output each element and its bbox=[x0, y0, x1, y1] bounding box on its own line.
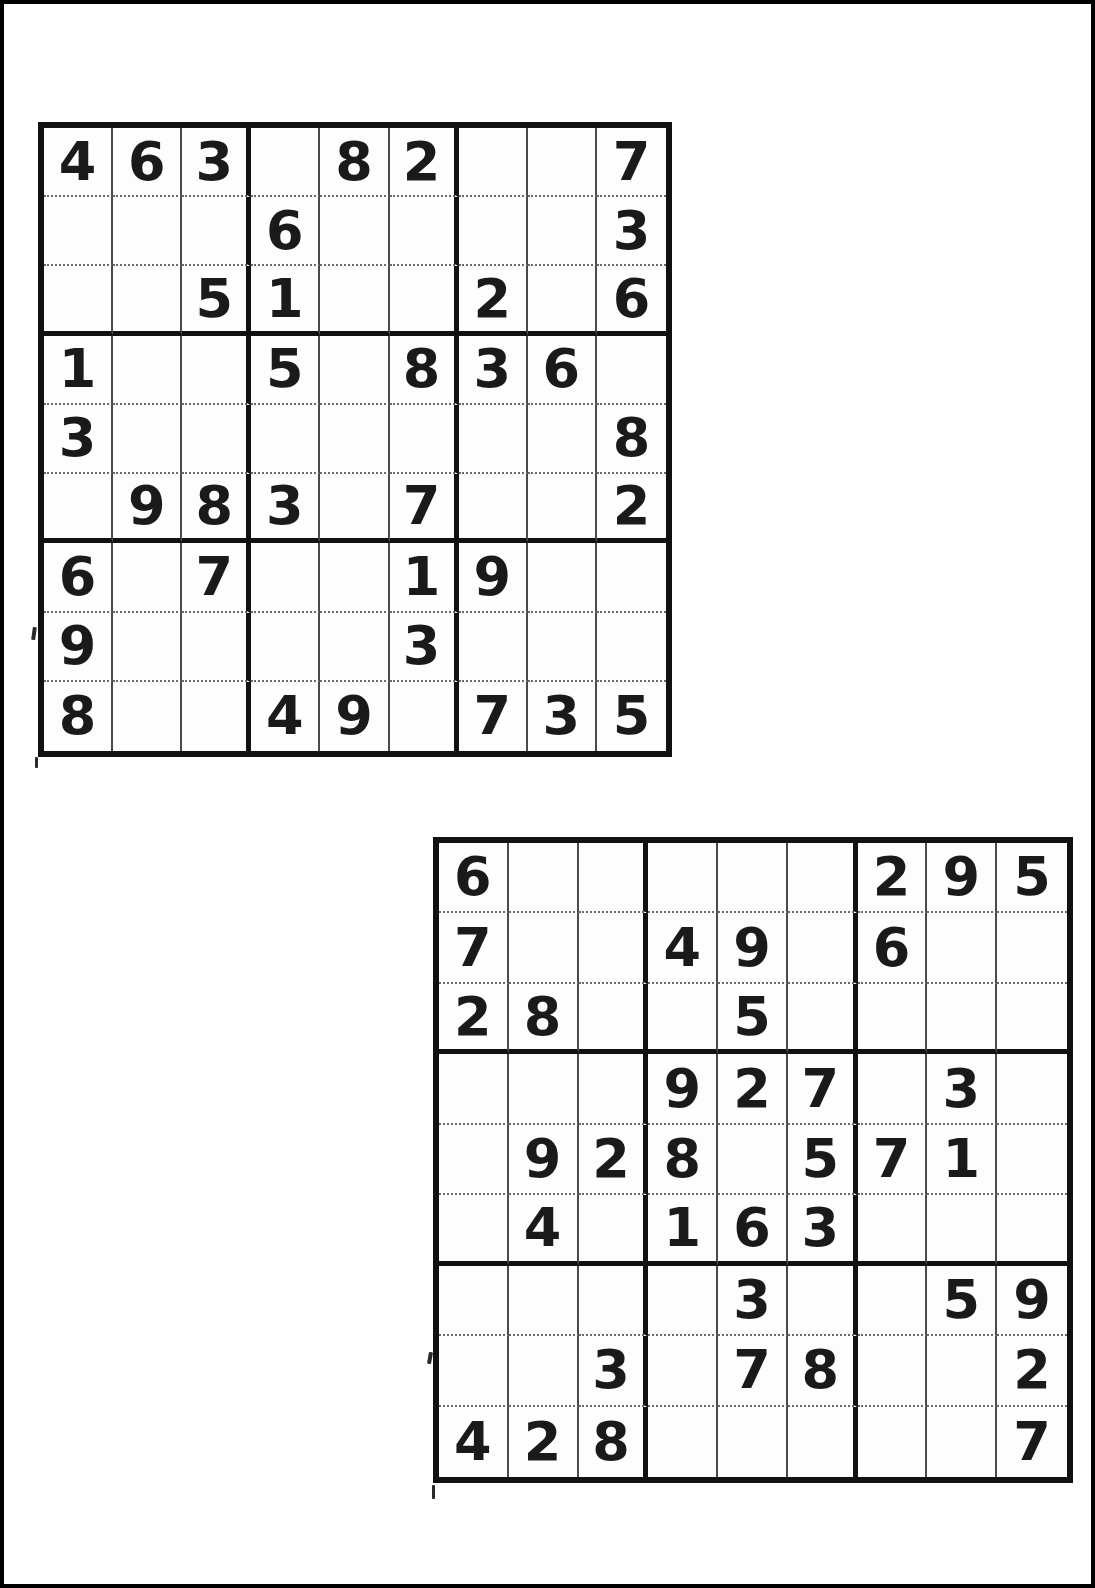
cell-r7c9: 9 bbox=[997, 1266, 1067, 1336]
cell-r1c5[interactable] bbox=[718, 843, 788, 913]
cell-r6c3: 8 bbox=[182, 474, 251, 543]
scan-artifact-mark bbox=[432, 1485, 435, 1499]
cell-r6c2: 4 bbox=[509, 1195, 579, 1265]
cell-r6c5: 6 bbox=[718, 1195, 788, 1265]
cell-r3c1: 2 bbox=[439, 984, 509, 1054]
cell-r7c3[interactable] bbox=[579, 1266, 649, 1336]
cell-r4c9[interactable] bbox=[997, 1054, 1067, 1124]
cell-r2c6[interactable] bbox=[788, 913, 858, 983]
cell-r4c8: 6 bbox=[528, 336, 597, 405]
cell-r8c2[interactable] bbox=[509, 1336, 579, 1406]
cell-r7c8: 5 bbox=[927, 1266, 997, 1336]
scan-artifact-mark bbox=[31, 627, 37, 640]
cell-r1c7[interactable] bbox=[459, 128, 528, 197]
cell-r8c3: 3 bbox=[579, 1336, 649, 1406]
cell-r3c2: 8 bbox=[509, 984, 579, 1054]
cell-r1c8: 9 bbox=[927, 843, 997, 913]
cell-r8c9: 2 bbox=[997, 1336, 1067, 1406]
cell-r9c1: 8 bbox=[44, 682, 113, 751]
cell-r5c4: 8 bbox=[648, 1125, 718, 1195]
cell-r5c6: 5 bbox=[788, 1125, 858, 1195]
cell-r2c2[interactable] bbox=[113, 197, 182, 266]
cell-r9c6[interactable] bbox=[390, 682, 459, 751]
cell-r6c8[interactable] bbox=[927, 1195, 997, 1265]
cell-r5c2: 9 bbox=[509, 1125, 579, 1195]
cell-r9c7: 7 bbox=[459, 682, 528, 751]
cell-r8c1[interactable] bbox=[439, 1336, 509, 1406]
cell-r9c3[interactable] bbox=[182, 682, 251, 751]
cell-r6c4: 3 bbox=[251, 474, 320, 543]
cell-r3c9[interactable] bbox=[997, 984, 1067, 1054]
cell-r5c5[interactable] bbox=[718, 1125, 788, 1195]
cell-r7c4[interactable] bbox=[251, 543, 320, 612]
cell-r7c5: 3 bbox=[718, 1266, 788, 1336]
cell-r9c1: 4 bbox=[439, 1407, 509, 1477]
cell-r3c7[interactable] bbox=[858, 984, 928, 1054]
cell-r5c1: 3 bbox=[44, 405, 113, 474]
cell-r9c9: 7 bbox=[997, 1407, 1067, 1477]
cell-r2c1: 7 bbox=[439, 913, 509, 983]
cell-r8c7[interactable] bbox=[459, 613, 528, 682]
cell-r4c2[interactable] bbox=[113, 336, 182, 405]
cell-r3c6[interactable] bbox=[788, 984, 858, 1054]
cell-r8c5: 7 bbox=[718, 1336, 788, 1406]
cell-r6c1[interactable] bbox=[439, 1195, 509, 1265]
cell-r5c5[interactable] bbox=[320, 405, 389, 474]
cell-r1c6: 2 bbox=[390, 128, 459, 197]
cell-r4c1: 1 bbox=[44, 336, 113, 405]
scan-artifact-mark bbox=[35, 757, 38, 768]
cell-r3c8[interactable] bbox=[528, 266, 597, 335]
cell-r1c4[interactable] bbox=[648, 843, 718, 913]
cell-r9c8: 3 bbox=[528, 682, 597, 751]
cell-r8c7[interactable] bbox=[858, 1336, 928, 1406]
cell-r3c2[interactable] bbox=[113, 266, 182, 335]
cell-r7c1: 6 bbox=[44, 543, 113, 612]
cell-r8c6: 8 bbox=[788, 1336, 858, 1406]
cell-r8c5[interactable] bbox=[320, 613, 389, 682]
sudoku-board-2: 629574962859273928571416335937824287 bbox=[433, 837, 1073, 1483]
cell-r5c9[interactable] bbox=[997, 1125, 1067, 1195]
cell-r9c2: 2 bbox=[509, 1407, 579, 1477]
cell-r4c1[interactable] bbox=[439, 1054, 509, 1124]
cell-r7c5[interactable] bbox=[320, 543, 389, 612]
cell-r8c4[interactable] bbox=[251, 613, 320, 682]
cell-r7c4[interactable] bbox=[648, 1266, 718, 1336]
cell-r7c2[interactable] bbox=[113, 543, 182, 612]
cell-r1c8[interactable] bbox=[528, 128, 597, 197]
cell-r7c7: 9 bbox=[459, 543, 528, 612]
cell-r4c4: 5 bbox=[251, 336, 320, 405]
cell-r6c8[interactable] bbox=[528, 474, 597, 543]
page: 463827635126158363898372671993849735 629… bbox=[0, 0, 1095, 1588]
cell-r6c7[interactable] bbox=[459, 474, 528, 543]
cell-r1c1: 4 bbox=[44, 128, 113, 197]
sudoku-board-1: 463827635126158363898372671993849735 bbox=[38, 122, 672, 757]
cell-r1c5: 8 bbox=[320, 128, 389, 197]
cell-r5c3: 2 bbox=[579, 1125, 649, 1195]
cell-r5c9: 8 bbox=[597, 405, 666, 474]
cell-r1c3[interactable] bbox=[579, 843, 649, 913]
cell-r3c6[interactable] bbox=[390, 266, 459, 335]
cell-r3c3: 5 bbox=[182, 266, 251, 335]
cell-r3c5[interactable] bbox=[320, 266, 389, 335]
cell-r5c4[interactable] bbox=[251, 405, 320, 474]
cell-r9c6[interactable] bbox=[788, 1407, 858, 1477]
cell-r2c9: 3 bbox=[597, 197, 666, 266]
cell-r7c9[interactable] bbox=[597, 543, 666, 612]
cell-r4c5: 2 bbox=[718, 1054, 788, 1124]
cell-r7c6[interactable] bbox=[788, 1266, 858, 1336]
cell-r9c3: 8 bbox=[579, 1407, 649, 1477]
cell-r2c4: 6 bbox=[251, 197, 320, 266]
cell-r3c1[interactable] bbox=[44, 266, 113, 335]
cell-r6c1[interactable] bbox=[44, 474, 113, 543]
cell-r8c1: 9 bbox=[44, 613, 113, 682]
cell-r5c7: 7 bbox=[858, 1125, 928, 1195]
cell-r7c1[interactable] bbox=[439, 1266, 509, 1336]
cell-r5c6[interactable] bbox=[390, 405, 459, 474]
cell-r4c6: 7 bbox=[788, 1054, 858, 1124]
cell-r3c4[interactable] bbox=[648, 984, 718, 1054]
cell-r4c3[interactable] bbox=[579, 1054, 649, 1124]
cell-r4c3[interactable] bbox=[182, 336, 251, 405]
cell-r3c8[interactable] bbox=[927, 984, 997, 1054]
cell-r9c5[interactable] bbox=[718, 1407, 788, 1477]
cell-r1c4[interactable] bbox=[251, 128, 320, 197]
cell-r6c7[interactable] bbox=[858, 1195, 928, 1265]
cell-r9c2[interactable] bbox=[113, 682, 182, 751]
cell-r3c7: 2 bbox=[459, 266, 528, 335]
cell-r7c6: 1 bbox=[390, 543, 459, 612]
cell-r5c2[interactable] bbox=[113, 405, 182, 474]
cell-r1c6[interactable] bbox=[788, 843, 858, 913]
cell-r9c7[interactable] bbox=[858, 1407, 928, 1477]
cell-r8c2[interactable] bbox=[113, 613, 182, 682]
cell-r4c4: 9 bbox=[648, 1054, 718, 1124]
cell-r9c5: 9 bbox=[320, 682, 389, 751]
cell-r2c7[interactable] bbox=[459, 197, 528, 266]
cell-r9c8[interactable] bbox=[927, 1407, 997, 1477]
cell-r2c3[interactable] bbox=[182, 197, 251, 266]
cell-r7c7[interactable] bbox=[858, 1266, 928, 1336]
cell-r9c4: 4 bbox=[251, 682, 320, 751]
cell-r4c8: 3 bbox=[927, 1054, 997, 1124]
cell-r6c4: 1 bbox=[648, 1195, 718, 1265]
cell-r4c7[interactable] bbox=[858, 1054, 928, 1124]
cell-r6c2: 9 bbox=[113, 474, 182, 543]
cell-r2c8[interactable] bbox=[528, 197, 597, 266]
cell-r9c9: 5 bbox=[597, 682, 666, 751]
cell-r2c3[interactable] bbox=[579, 913, 649, 983]
cell-r7c2[interactable] bbox=[509, 1266, 579, 1336]
cell-r3c9: 6 bbox=[597, 266, 666, 335]
cell-r4c2[interactable] bbox=[509, 1054, 579, 1124]
cell-r6c6: 3 bbox=[788, 1195, 858, 1265]
cell-r6c5[interactable] bbox=[320, 474, 389, 543]
cell-r8c6: 3 bbox=[390, 613, 459, 682]
cell-r5c3[interactable] bbox=[182, 405, 251, 474]
cell-r4c6: 8 bbox=[390, 336, 459, 405]
cell-r7c3: 7 bbox=[182, 543, 251, 612]
cell-r6c6: 7 bbox=[390, 474, 459, 543]
cell-r1c1: 6 bbox=[439, 843, 509, 913]
cell-r3c3[interactable] bbox=[579, 984, 649, 1054]
cell-r1c9: 7 bbox=[597, 128, 666, 197]
cell-r5c8: 1 bbox=[927, 1125, 997, 1195]
cell-r8c8[interactable] bbox=[528, 613, 597, 682]
cell-r6c9: 2 bbox=[597, 474, 666, 543]
cell-r2c7: 6 bbox=[858, 913, 928, 983]
cell-r1c2: 6 bbox=[113, 128, 182, 197]
cell-r5c8[interactable] bbox=[528, 405, 597, 474]
cell-r8c8[interactable] bbox=[927, 1336, 997, 1406]
cell-r1c2[interactable] bbox=[509, 843, 579, 913]
cell-r8c3[interactable] bbox=[182, 613, 251, 682]
cell-r4c5[interactable] bbox=[320, 336, 389, 405]
cell-r5c1[interactable] bbox=[439, 1125, 509, 1195]
cell-r7c8[interactable] bbox=[528, 543, 597, 612]
cell-r9c4[interactable] bbox=[648, 1407, 718, 1477]
cell-r4c7: 3 bbox=[459, 336, 528, 405]
cell-r1c9: 5 bbox=[997, 843, 1067, 913]
cell-r2c8[interactable] bbox=[927, 913, 997, 983]
cell-r2c1[interactable] bbox=[44, 197, 113, 266]
cell-r2c5[interactable] bbox=[320, 197, 389, 266]
cell-r2c5: 9 bbox=[718, 913, 788, 983]
cell-r2c6[interactable] bbox=[390, 197, 459, 266]
cell-r6c9[interactable] bbox=[997, 1195, 1067, 1265]
cell-r3c5: 5 bbox=[718, 984, 788, 1054]
cell-r5c7[interactable] bbox=[459, 405, 528, 474]
cell-r4c9[interactable] bbox=[597, 336, 666, 405]
cell-r8c9[interactable] bbox=[597, 613, 666, 682]
cell-r1c3: 3 bbox=[182, 128, 251, 197]
cell-r8c4[interactable] bbox=[648, 1336, 718, 1406]
cell-r1c7: 2 bbox=[858, 843, 928, 913]
cell-r2c4: 4 bbox=[648, 913, 718, 983]
cell-r3c4: 1 bbox=[251, 266, 320, 335]
cell-r6c3[interactable] bbox=[579, 1195, 649, 1265]
cell-r2c9[interactable] bbox=[997, 913, 1067, 983]
cell-r2c2[interactable] bbox=[509, 913, 579, 983]
